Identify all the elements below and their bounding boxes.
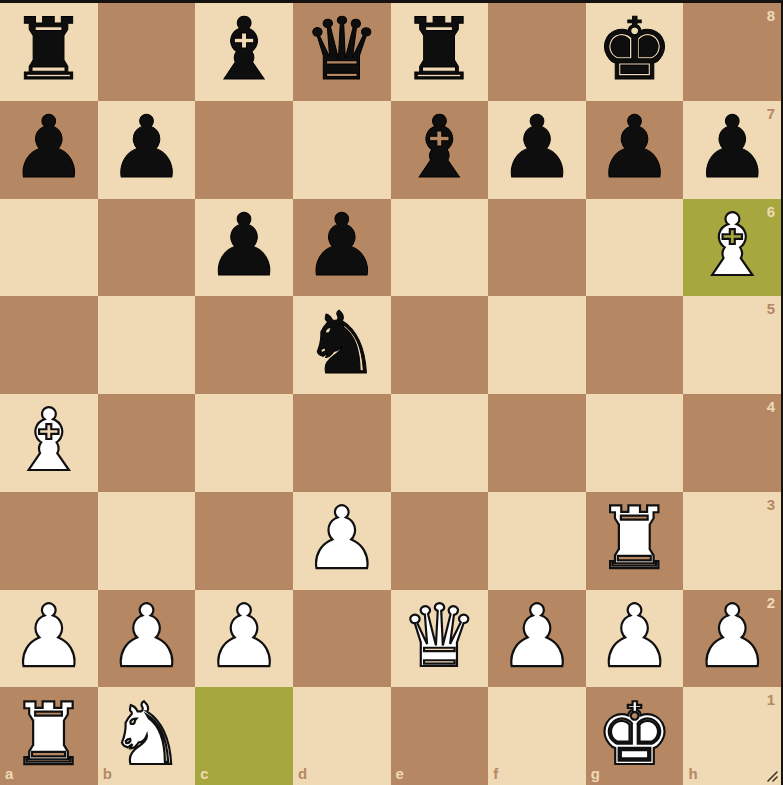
- piece-white-pawn-d3[interactable]: ♟: [303, 490, 380, 587]
- square-e2[interactable]: ♛: [391, 590, 489, 688]
- square-c1[interactable]: c: [195, 687, 293, 785]
- square-h6[interactable]: ♝6: [683, 199, 781, 297]
- piece-white-rook-a1[interactable]: ♜: [10, 686, 87, 783]
- square-g3[interactable]: ♜: [586, 492, 684, 590]
- piece-white-bishop-a4[interactable]: ♝: [10, 392, 87, 489]
- piece-white-knight-b1[interactable]: ♞: [108, 686, 185, 783]
- square-e3[interactable]: [391, 492, 489, 590]
- piece-black-pawn-g7[interactable]: ♟: [596, 99, 673, 196]
- piece-black-rook-e8[interactable]: ♜: [401, 1, 478, 98]
- square-b5[interactable]: [98, 296, 196, 394]
- square-a7[interactable]: ♟: [0, 101, 98, 199]
- square-c2[interactable]: ♟: [195, 590, 293, 688]
- square-f1[interactable]: f: [488, 687, 586, 785]
- piece-white-bishop-h6[interactable]: ♝: [694, 197, 771, 294]
- chess-board[interactable]: ♜♝♛♜♚8♟♟♝♟♟♟7♟♟♝6♞5♝4♟♜3♟♟♟♛♟♟♟2♜a♞bcdef…: [0, 3, 781, 785]
- coordinate-file-f: f: [493, 766, 498, 781]
- piece-black-pawn-h7[interactable]: ♟: [694, 99, 771, 196]
- piece-black-pawn-b7[interactable]: ♟: [108, 99, 185, 196]
- square-f7[interactable]: ♟: [488, 101, 586, 199]
- square-a4[interactable]: ♝: [0, 394, 98, 492]
- square-h2[interactable]: ♟2: [683, 590, 781, 688]
- coordinate-rank-6: 6: [767, 204, 775, 219]
- piece-white-pawn-b2[interactable]: ♟: [108, 588, 185, 685]
- square-c7[interactable]: [195, 101, 293, 199]
- square-g4[interactable]: [586, 394, 684, 492]
- square-f3[interactable]: [488, 492, 586, 590]
- square-d4[interactable]: [293, 394, 391, 492]
- square-c3[interactable]: [195, 492, 293, 590]
- coordinate-rank-1: 1: [767, 692, 775, 707]
- square-d8[interactable]: ♛: [293, 3, 391, 101]
- square-e8[interactable]: ♜: [391, 3, 489, 101]
- piece-black-pawn-f7[interactable]: ♟: [498, 99, 575, 196]
- square-f6[interactable]: [488, 199, 586, 297]
- piece-black-bishop-c8[interactable]: ♝: [206, 1, 283, 98]
- square-d7[interactable]: [293, 101, 391, 199]
- square-a8[interactable]: ♜: [0, 3, 98, 101]
- piece-black-rook-a8[interactable]: ♜: [10, 1, 87, 98]
- piece-black-queen-d8[interactable]: ♛: [303, 1, 380, 98]
- square-f8[interactable]: [488, 3, 586, 101]
- piece-black-pawn-c6[interactable]: ♟: [206, 197, 283, 294]
- square-g7[interactable]: ♟: [586, 101, 684, 199]
- coordinate-rank-8: 8: [767, 8, 775, 23]
- coordinate-rank-3: 3: [767, 497, 775, 512]
- square-a3[interactable]: [0, 492, 98, 590]
- square-b8[interactable]: [98, 3, 196, 101]
- square-c8[interactable]: ♝: [195, 3, 293, 101]
- piece-white-king-g1[interactable]: ♚: [596, 686, 673, 783]
- coordinate-file-e: e: [396, 766, 404, 781]
- square-d2[interactable]: [293, 590, 391, 688]
- piece-white-pawn-f2[interactable]: ♟: [498, 588, 575, 685]
- piece-black-pawn-d6[interactable]: ♟: [303, 197, 380, 294]
- square-g6[interactable]: [586, 199, 684, 297]
- coordinate-file-b: b: [103, 766, 112, 781]
- square-e6[interactable]: [391, 199, 489, 297]
- square-b3[interactable]: [98, 492, 196, 590]
- resize-handle-icon[interactable]: [764, 768, 779, 783]
- square-g1[interactable]: ♚g: [586, 687, 684, 785]
- piece-white-pawn-h2[interactable]: ♟: [694, 588, 771, 685]
- coordinate-rank-2: 2: [767, 595, 775, 610]
- square-d6[interactable]: ♟: [293, 199, 391, 297]
- square-c6[interactable]: ♟: [195, 199, 293, 297]
- square-f5[interactable]: [488, 296, 586, 394]
- square-b6[interactable]: [98, 199, 196, 297]
- piece-black-king-g8[interactable]: ♚: [596, 1, 673, 98]
- square-d5[interactable]: ♞: [293, 296, 391, 394]
- coordinate-rank-5: 5: [767, 301, 775, 316]
- coordinate-rank-7: 7: [767, 106, 775, 121]
- piece-white-pawn-g2[interactable]: ♟: [596, 588, 673, 685]
- square-d1[interactable]: d: [293, 687, 391, 785]
- chess-app-screen: ♜♝♛♜♚8♟♟♝♟♟♟7♟♟♝6♞5♝4♟♜3♟♟♟♛♟♟♟2♜a♞bcdef…: [0, 0, 783, 785]
- coordinate-file-c: c: [200, 766, 208, 781]
- square-a6[interactable]: [0, 199, 98, 297]
- piece-white-rook-g3[interactable]: ♜: [596, 490, 673, 587]
- coordinate-file-g: g: [591, 766, 600, 781]
- coordinate-file-a: a: [5, 766, 13, 781]
- piece-white-queen-e2[interactable]: ♛: [401, 588, 478, 685]
- square-h4[interactable]: 4: [683, 394, 781, 492]
- square-e7[interactable]: ♝: [391, 101, 489, 199]
- square-d3[interactable]: ♟: [293, 492, 391, 590]
- square-b1[interactable]: ♞b: [98, 687, 196, 785]
- piece-black-pawn-a7[interactable]: ♟: [10, 99, 87, 196]
- square-c4[interactable]: [195, 394, 293, 492]
- square-h8[interactable]: 8: [683, 3, 781, 101]
- square-a1[interactable]: ♜a: [0, 687, 98, 785]
- coordinate-rank-4: 4: [767, 399, 775, 414]
- piece-black-bishop-e7[interactable]: ♝: [401, 99, 478, 196]
- square-h7[interactable]: ♟7: [683, 101, 781, 199]
- square-c5[interactable]: [195, 296, 293, 394]
- square-h1[interactable]: 1h: [683, 687, 781, 785]
- square-f2[interactable]: ♟: [488, 590, 586, 688]
- square-e5[interactable]: [391, 296, 489, 394]
- square-e1[interactable]: e: [391, 687, 489, 785]
- square-h3[interactable]: 3: [683, 492, 781, 590]
- square-e4[interactable]: [391, 394, 489, 492]
- coordinate-file-h: h: [688, 766, 697, 781]
- square-h5[interactable]: 5: [683, 296, 781, 394]
- square-f4[interactable]: [488, 394, 586, 492]
- square-a2[interactable]: ♟: [0, 590, 98, 688]
- piece-black-knight-d5[interactable]: ♞: [303, 295, 380, 392]
- coordinate-file-d: d: [298, 766, 307, 781]
- square-b7[interactable]: ♟: [98, 101, 196, 199]
- square-b2[interactable]: ♟: [98, 590, 196, 688]
- square-g8[interactable]: ♚: [586, 3, 684, 101]
- piece-white-pawn-a2[interactable]: ♟: [10, 588, 87, 685]
- square-g5[interactable]: [586, 296, 684, 394]
- square-b4[interactable]: [98, 394, 196, 492]
- square-a5[interactable]: [0, 296, 98, 394]
- square-g2[interactable]: ♟: [586, 590, 684, 688]
- piece-white-pawn-c2[interactable]: ♟: [206, 588, 283, 685]
